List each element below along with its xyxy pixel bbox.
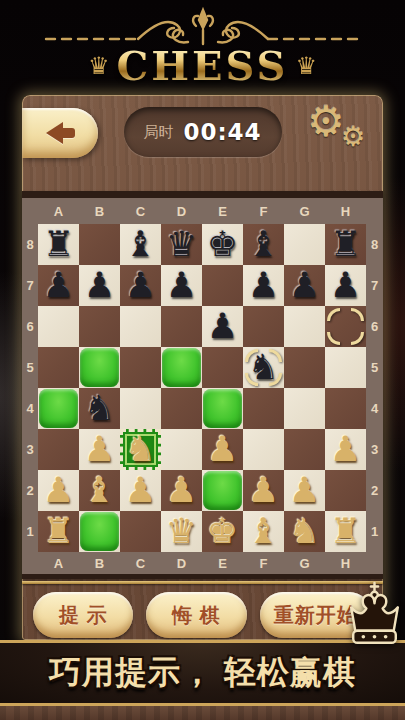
square-d5[interactable] xyxy=(161,347,202,388)
square-f8[interactable]: ♝ xyxy=(243,224,284,265)
square-d2[interactable]: ♟ xyxy=(161,470,202,511)
piece-black-bishop-f8[interactable]: ♝ xyxy=(243,224,284,265)
logo-header: ♛ CHESS ♛ xyxy=(0,0,405,95)
file-label-h: H xyxy=(325,552,366,574)
piece-black-pawn-h7[interactable]: ♟ xyxy=(325,265,366,306)
rank-label-7: 7 xyxy=(22,265,38,306)
file-label-c: C xyxy=(120,198,161,224)
square-a5[interactable] xyxy=(38,347,79,388)
file-label-f: F xyxy=(243,552,284,574)
piece-white-pawn-h3[interactable]: ♟ xyxy=(325,429,366,470)
piece-black-pawn-e6[interactable]: ♟ xyxy=(202,306,243,347)
file-label-e: E xyxy=(202,552,243,574)
square-a8[interactable]: ♜ xyxy=(38,224,79,265)
square-b2[interactable]: ♝ xyxy=(79,470,120,511)
bottom-wood-strip xyxy=(0,706,405,720)
piece-black-pawn-a7[interactable]: ♟ xyxy=(38,265,79,306)
chess-board: ABCDEFGH8♜♝♛♚♝♜87♟♟♟♟♟♟♟76♟65♞54♞43♟♞♟♟3… xyxy=(22,191,383,579)
rank-label-1: 1 xyxy=(366,511,383,552)
rank-label-3: 3 xyxy=(22,429,38,470)
square-d1[interactable]: ♛ xyxy=(161,511,202,552)
gear-icon-small: ⚙ xyxy=(341,121,365,153)
square-c6[interactable] xyxy=(120,306,161,347)
square-g5[interactable] xyxy=(284,347,325,388)
piece-black-pawn-f7[interactable]: ♟ xyxy=(243,265,284,306)
file-label-h: H xyxy=(325,198,366,224)
square-c7[interactable]: ♟ xyxy=(120,265,161,306)
square-e7[interactable] xyxy=(202,265,243,306)
move-highlight xyxy=(203,389,242,428)
square-g8[interactable] xyxy=(284,224,325,265)
piece-white-pawn-d2[interactable]: ♟ xyxy=(161,470,202,511)
square-f7[interactable]: ♟ xyxy=(243,265,284,306)
frame-corner xyxy=(366,198,383,224)
frame-corner xyxy=(22,198,38,224)
file-label-g: G xyxy=(284,552,325,574)
square-h7[interactable]: ♟ xyxy=(325,265,366,306)
file-label-a: A xyxy=(38,198,79,224)
square-h4[interactable] xyxy=(325,388,366,429)
square-a7[interactable]: ♟ xyxy=(38,265,79,306)
square-e6[interactable]: ♟ xyxy=(202,306,243,347)
square-d8[interactable]: ♛ xyxy=(161,224,202,265)
move-highlight xyxy=(39,389,78,428)
square-c8[interactable]: ♝ xyxy=(120,224,161,265)
square-h5[interactable] xyxy=(325,347,366,388)
promo-banner-text: 巧用提示， 轻松赢棋 xyxy=(49,651,356,695)
square-g7[interactable]: ♟ xyxy=(284,265,325,306)
move-highlight xyxy=(80,512,119,551)
action-button-row: 提 示 悔 棋 重新开始 xyxy=(33,592,372,638)
piece-white-rook-h1[interactable]: ♜ xyxy=(325,511,366,552)
square-a2[interactable]: ♟ xyxy=(38,470,79,511)
square-f4[interactable] xyxy=(243,388,284,429)
rank-label-5: 5 xyxy=(22,347,38,388)
square-a1[interactable]: ♜ xyxy=(38,511,79,552)
square-f3[interactable] xyxy=(243,429,284,470)
rank-label-5: 5 xyxy=(366,347,383,388)
square-e1[interactable]: ♚ xyxy=(202,511,243,552)
square-h2[interactable] xyxy=(325,470,366,511)
piece-white-rook-a1[interactable]: ♜ xyxy=(38,511,79,552)
timer-value: 00:44 xyxy=(183,119,261,145)
rank-label-4: 4 xyxy=(366,388,383,429)
move-highlight xyxy=(80,348,119,387)
square-h6[interactable] xyxy=(325,306,366,347)
square-g6[interactable] xyxy=(284,306,325,347)
rank-label-7: 7 xyxy=(366,265,383,306)
square-d6[interactable] xyxy=(161,306,202,347)
piece-white-king-e1[interactable]: ♚ xyxy=(202,511,243,552)
piece-black-king-e8[interactable]: ♚ xyxy=(202,224,243,265)
piece-white-knight-g1[interactable]: ♞ xyxy=(284,511,325,552)
piece-black-pawn-g7[interactable]: ♟ xyxy=(284,265,325,306)
square-b3[interactable]: ♟ xyxy=(79,429,120,470)
square-b4[interactable]: ♞ xyxy=(79,388,120,429)
square-f1[interactable]: ♝ xyxy=(243,511,284,552)
file-label-c: C xyxy=(120,552,161,574)
game-panel: 局时 00:44 ⚙ ⚙ ABCDEFGH8♜♝♛♚♝♜87♟♟♟♟♟♟♟76♟… xyxy=(22,95,383,640)
promo-banner: 巧用提示， 轻松赢棋 xyxy=(0,640,405,706)
file-label-b: B xyxy=(79,198,120,224)
square-g4[interactable] xyxy=(284,388,325,429)
piece-black-bishop-c8[interactable]: ♝ xyxy=(120,224,161,265)
file-label-b: B xyxy=(79,552,120,574)
file-label-g: G xyxy=(284,198,325,224)
square-h1[interactable]: ♜ xyxy=(325,511,366,552)
timer-label: 局时 xyxy=(143,123,173,142)
file-label-e: E xyxy=(202,198,243,224)
square-d4[interactable] xyxy=(161,388,202,429)
square-a4[interactable] xyxy=(38,388,79,429)
rank-label-2: 2 xyxy=(22,470,38,511)
piece-black-rook-h8[interactable]: ♜ xyxy=(325,224,366,265)
square-h3[interactable]: ♟ xyxy=(325,429,366,470)
square-b8[interactable] xyxy=(79,224,120,265)
square-d3[interactable] xyxy=(161,429,202,470)
rank-label-6: 6 xyxy=(22,306,38,347)
back-arrow-icon xyxy=(46,122,75,144)
app-title: CHESS xyxy=(116,42,288,89)
game-timer: 局时 00:44 xyxy=(124,107,282,157)
piece-white-pawn-g2[interactable]: ♟ xyxy=(284,470,325,511)
move-highlight xyxy=(162,348,201,387)
piece-white-pawn-b3[interactable]: ♟ xyxy=(79,429,120,470)
gear-icon: ⚙ xyxy=(307,97,345,146)
square-e5[interactable] xyxy=(202,347,243,388)
left-crown-icon: ♛ xyxy=(88,52,110,80)
piece-white-bishop-b2[interactable]: ♝ xyxy=(79,470,120,511)
square-c2[interactable]: ♟ xyxy=(120,470,161,511)
square-b6[interactable] xyxy=(79,306,120,347)
crown-badge-icon xyxy=(346,581,403,656)
square-b1[interactable] xyxy=(79,511,120,552)
file-label-d: D xyxy=(161,198,202,224)
frame-corner xyxy=(22,552,38,574)
square-e4[interactable] xyxy=(202,388,243,429)
rank-label-8: 8 xyxy=(22,224,38,265)
settings-button[interactable]: ⚙ ⚙ xyxy=(305,97,377,161)
piece-black-rook-a8[interactable]: ♜ xyxy=(38,224,79,265)
square-f2[interactable]: ♟ xyxy=(243,470,284,511)
square-a6[interactable] xyxy=(38,306,79,347)
piece-black-pawn-c7[interactable]: ♟ xyxy=(120,265,161,306)
back-button[interactable] xyxy=(22,108,98,158)
rank-label-8: 8 xyxy=(366,224,383,265)
square-c3[interactable]: ♞ xyxy=(120,429,161,470)
square-h8[interactable]: ♜ xyxy=(325,224,366,265)
square-b5[interactable] xyxy=(79,347,120,388)
board-bottom-trim xyxy=(22,581,383,584)
rank-label-2: 2 xyxy=(366,470,383,511)
piece-white-pawn-a2[interactable]: ♟ xyxy=(38,470,79,511)
file-label-a: A xyxy=(38,552,79,574)
piece-black-knight-b4[interactable]: ♞ xyxy=(79,388,120,429)
right-crown-icon: ♛ xyxy=(296,52,318,80)
square-g2[interactable]: ♟ xyxy=(284,470,325,511)
rank-label-4: 4 xyxy=(22,388,38,429)
undo-button[interactable]: 悔 棋 xyxy=(146,592,246,638)
file-label-f: F xyxy=(243,198,284,224)
rank-label-3: 3 xyxy=(366,429,383,470)
square-f6[interactable] xyxy=(243,306,284,347)
piece-white-pawn-e3[interactable]: ♟ xyxy=(202,429,243,470)
rank-label-6: 6 xyxy=(366,306,383,347)
square-c5[interactable] xyxy=(120,347,161,388)
hint-button[interactable]: 提 示 xyxy=(33,592,133,638)
piece-white-bishop-f1[interactable]: ♝ xyxy=(243,511,284,552)
piece-white-knight-c3[interactable]: ♞ xyxy=(120,429,161,470)
square-b7[interactable]: ♟ xyxy=(79,265,120,306)
move-highlight xyxy=(203,471,242,510)
frame-corner xyxy=(366,552,383,574)
square-a3[interactable] xyxy=(38,429,79,470)
square-g3[interactable] xyxy=(284,429,325,470)
piece-white-pawn-c2[interactable]: ♟ xyxy=(120,470,161,511)
last-move-marker xyxy=(326,307,365,346)
piece-white-queen-d1[interactable]: ♛ xyxy=(161,511,202,552)
chess-app-screen: ♛ CHESS ♛ 局时 00:44 ⚙ ⚙ ABCDEFGH8♜♝♛♚♝♜87… xyxy=(0,0,405,720)
square-d7[interactable]: ♟ xyxy=(161,265,202,306)
piece-white-pawn-f2[interactable]: ♟ xyxy=(243,470,284,511)
piece-black-pawn-d7[interactable]: ♟ xyxy=(161,265,202,306)
square-c4[interactable] xyxy=(120,388,161,429)
piece-black-pawn-b7[interactable]: ♟ xyxy=(79,265,120,306)
file-label-d: D xyxy=(161,552,202,574)
square-e3[interactable]: ♟ xyxy=(202,429,243,470)
square-f5[interactable]: ♞ xyxy=(243,347,284,388)
square-e8[interactable]: ♚ xyxy=(202,224,243,265)
rank-label-1: 1 xyxy=(22,511,38,552)
piece-black-knight-f5[interactable]: ♞ xyxy=(243,347,284,388)
square-g1[interactable]: ♞ xyxy=(284,511,325,552)
piece-black-queen-d8[interactable]: ♛ xyxy=(161,224,202,265)
square-c1[interactable] xyxy=(120,511,161,552)
square-e2[interactable] xyxy=(202,470,243,511)
